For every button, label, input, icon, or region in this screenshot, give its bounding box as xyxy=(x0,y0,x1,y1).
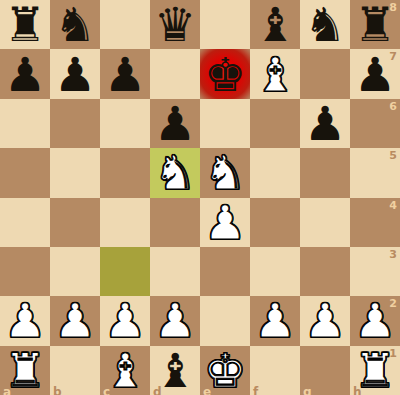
square-e1[interactable]: ♚e xyxy=(200,346,250,395)
piece-white-pawn[interactable]: ♟ xyxy=(154,296,196,345)
square-a5[interactable] xyxy=(0,148,50,197)
piece-black-king[interactable]: ♚ xyxy=(204,50,246,99)
square-c4[interactable] xyxy=(100,198,150,247)
square-a2[interactable]: ♟ xyxy=(0,296,50,345)
square-d2[interactable]: ♟ xyxy=(150,296,200,345)
square-c2[interactable]: ♟ xyxy=(100,296,150,345)
square-g3[interactable] xyxy=(300,247,350,296)
piece-black-pawn[interactable]: ♟ xyxy=(104,50,146,99)
piece-white-bishop[interactable]: ♝ xyxy=(254,50,296,99)
piece-white-knight[interactable]: ♞ xyxy=(154,148,196,197)
square-c8[interactable] xyxy=(100,0,150,49)
square-b6[interactable] xyxy=(50,99,100,148)
square-c5[interactable] xyxy=(100,148,150,197)
square-c3[interactable] xyxy=(100,247,150,296)
square-f7[interactable]: ♝ xyxy=(250,49,300,98)
file-label-a: a xyxy=(3,387,11,395)
rank-label-1: 1 xyxy=(389,348,397,359)
piece-black-knight[interactable]: ♞ xyxy=(54,0,96,49)
square-a4[interactable] xyxy=(0,198,50,247)
rank-label-3: 3 xyxy=(389,249,397,260)
piece-white-pawn[interactable]: ♟ xyxy=(4,296,46,345)
rank-label-4: 4 xyxy=(389,200,397,211)
piece-black-queen[interactable]: ♛ xyxy=(154,0,196,49)
square-h5[interactable]: 5 xyxy=(350,148,400,197)
square-e8[interactable] xyxy=(200,0,250,49)
square-b7[interactable]: ♟ xyxy=(50,49,100,98)
piece-black-pawn[interactable]: ♟ xyxy=(54,50,96,99)
file-label-h: h xyxy=(353,387,362,395)
file-label-d: d xyxy=(153,387,162,395)
square-g6[interactable]: ♟ xyxy=(300,99,350,148)
square-d7[interactable] xyxy=(150,49,200,98)
piece-black-rook[interactable]: ♜ xyxy=(4,0,46,49)
square-f3[interactable] xyxy=(250,247,300,296)
square-f5[interactable] xyxy=(250,148,300,197)
square-g5[interactable] xyxy=(300,148,350,197)
square-d1[interactable]: ♝d xyxy=(150,346,200,395)
square-g4[interactable] xyxy=(300,198,350,247)
piece-white-pawn[interactable]: ♟ xyxy=(54,296,96,345)
square-g8[interactable]: ♞ xyxy=(300,0,350,49)
square-g1[interactable]: g xyxy=(300,346,350,395)
piece-black-pawn[interactable]: ♟ xyxy=(154,99,196,148)
square-g2[interactable]: ♟ xyxy=(300,296,350,345)
square-e3[interactable] xyxy=(200,247,250,296)
square-d3[interactable] xyxy=(150,247,200,296)
square-d5[interactable]: ♞ xyxy=(150,148,200,197)
piece-white-pawn[interactable]: ♟ xyxy=(254,296,296,345)
square-e4[interactable]: ♟ xyxy=(200,198,250,247)
rank-label-5: 5 xyxy=(389,150,397,161)
square-f4[interactable] xyxy=(250,198,300,247)
square-a7[interactable]: ♟ xyxy=(0,49,50,98)
piece-black-knight[interactable]: ♞ xyxy=(304,0,346,49)
square-d4[interactable] xyxy=(150,198,200,247)
square-h3[interactable]: 3 xyxy=(350,247,400,296)
piece-white-bishop[interactable]: ♝ xyxy=(104,346,146,395)
square-h8[interactable]: ♜8 xyxy=(350,0,400,49)
file-label-b: b xyxy=(53,387,62,395)
piece-white-pawn[interactable]: ♟ xyxy=(304,296,346,345)
square-b8[interactable]: ♞ xyxy=(50,0,100,49)
square-h6[interactable]: 6 xyxy=(350,99,400,148)
piece-black-bishop[interactable]: ♝ xyxy=(254,0,296,49)
rank-label-6: 6 xyxy=(389,101,397,112)
square-e2[interactable] xyxy=(200,296,250,345)
square-b3[interactable] xyxy=(50,247,100,296)
piece-white-pawn[interactable]: ♟ xyxy=(204,198,246,247)
file-label-f: f xyxy=(253,387,258,395)
square-b5[interactable] xyxy=(50,148,100,197)
square-a8[interactable]: ♜ xyxy=(0,0,50,49)
square-h4[interactable]: 4 xyxy=(350,198,400,247)
square-a3[interactable] xyxy=(0,247,50,296)
file-label-c: c xyxy=(103,387,110,395)
square-e5[interactable]: ♞ xyxy=(200,148,250,197)
square-e7[interactable]: ♚ xyxy=(200,49,250,98)
square-d6[interactable]: ♟ xyxy=(150,99,200,148)
file-label-e: e xyxy=(203,387,211,395)
square-c1[interactable]: ♝c xyxy=(100,346,150,395)
rank-label-8: 8 xyxy=(389,2,397,13)
square-h2[interactable]: ♟2 xyxy=(350,296,400,345)
square-f6[interactable] xyxy=(250,99,300,148)
square-h1[interactable]: ♜1h xyxy=(350,346,400,395)
chess-board: ♜♞♛♝♞♜8♟♟♟♚♝♟7♟♟6♞♞5♟43♟♟♟♟♟♟♟2♜ab♝c♝d♚e… xyxy=(0,0,400,395)
square-f2[interactable]: ♟ xyxy=(250,296,300,345)
square-h7[interactable]: ♟7 xyxy=(350,49,400,98)
square-d8[interactable]: ♛ xyxy=(150,0,200,49)
square-b4[interactable] xyxy=(50,198,100,247)
piece-black-pawn[interactable]: ♟ xyxy=(304,99,346,148)
square-f8[interactable]: ♝ xyxy=(250,0,300,49)
square-a1[interactable]: ♜a xyxy=(0,346,50,395)
file-label-g: g xyxy=(303,387,312,395)
square-g7[interactable] xyxy=(300,49,350,98)
rank-label-2: 2 xyxy=(389,298,397,309)
square-e6[interactable] xyxy=(200,99,250,148)
square-b2[interactable]: ♟ xyxy=(50,296,100,345)
square-b1[interactable]: b xyxy=(50,346,100,395)
square-c7[interactable]: ♟ xyxy=(100,49,150,98)
square-c6[interactable] xyxy=(100,99,150,148)
piece-white-pawn[interactable]: ♟ xyxy=(104,296,146,345)
square-f1[interactable]: f xyxy=(250,346,300,395)
piece-white-knight[interactable]: ♞ xyxy=(204,148,246,197)
square-a6[interactable] xyxy=(0,99,50,148)
rank-label-7: 7 xyxy=(389,51,397,62)
piece-black-pawn[interactable]: ♟ xyxy=(4,50,46,99)
